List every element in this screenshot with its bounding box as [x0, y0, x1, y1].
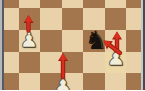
square-e5[interactable] — [62, 8, 84, 30]
square-f3[interactable] — [83, 52, 105, 74]
square-b6[interactable] — [4, 0, 19, 8]
square-h3[interactable] — [126, 52, 141, 74]
white-pawn-c4[interactable]: ♟ — [20, 29, 39, 50]
square-b4[interactable] — [4, 30, 19, 52]
white-pawn-g3[interactable]: ♟ — [107, 47, 126, 68]
square-h4[interactable] — [126, 30, 141, 52]
square-h6[interactable] — [126, 0, 141, 8]
square-d6[interactable] — [40, 0, 62, 8]
square-h5[interactable] — [126, 8, 141, 30]
square-c2[interactable] — [19, 73, 41, 90]
square-d5[interactable] — [40, 8, 62, 30]
square-f2[interactable] — [83, 73, 105, 90]
square-b5[interactable] — [4, 8, 19, 30]
window-border-left — [0, 0, 4, 90]
square-d3[interactable] — [40, 52, 62, 74]
square-c6[interactable] — [19, 0, 41, 8]
chess-lesson-screenshot: ♟♞♟♟ — [0, 0, 145, 90]
square-g2[interactable] — [105, 73, 127, 90]
square-g6[interactable] — [105, 0, 127, 8]
black-knight-f4[interactable]: ♞ — [85, 28, 107, 53]
square-g5[interactable] — [105, 8, 127, 30]
square-b3[interactable] — [4, 52, 19, 74]
square-e3[interactable] — [62, 52, 84, 74]
white-pawn-e2[interactable]: ♟ — [54, 75, 73, 91]
square-e6[interactable] — [62, 0, 84, 8]
square-h2[interactable] — [126, 73, 141, 90]
square-d4[interactable] — [40, 30, 62, 52]
square-b2[interactable] — [4, 73, 19, 90]
square-f6[interactable] — [83, 0, 105, 8]
window-border-right — [141, 0, 145, 90]
square-e4[interactable] — [62, 30, 84, 52]
square-c3[interactable] — [19, 52, 41, 74]
